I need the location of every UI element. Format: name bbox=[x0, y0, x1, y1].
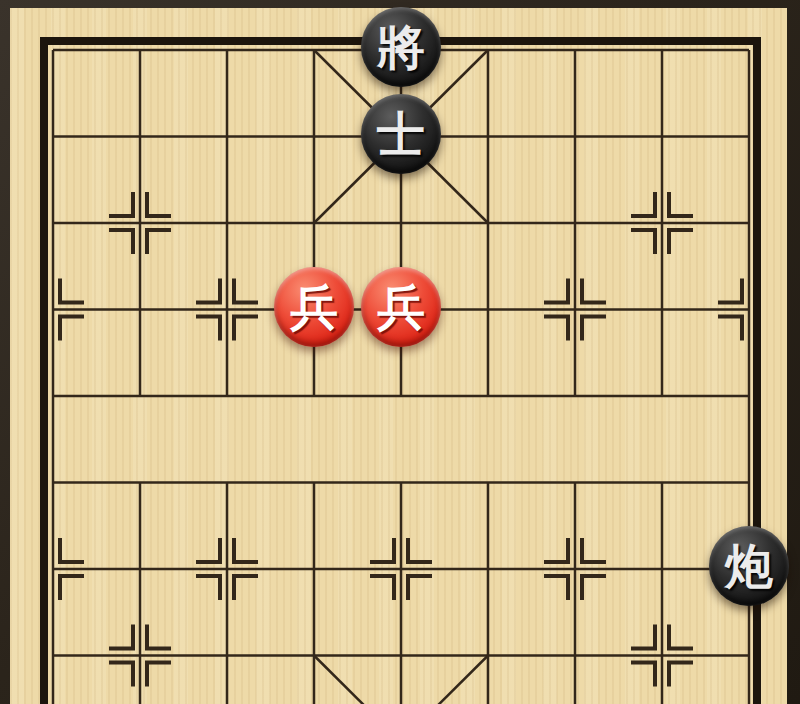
red-soldier-left[interactable]: 兵 bbox=[274, 267, 354, 347]
red-soldier-right[interactable]: 兵 bbox=[361, 267, 441, 347]
piece-glyph: 兵 bbox=[377, 283, 425, 331]
piece-glyph: 炮 bbox=[725, 542, 773, 590]
xiangqi-board-grid[interactable]: 將士兵兵炮 bbox=[10, 7, 793, 704]
xiangqi-app: 將士兵兵炮 bbox=[0, 0, 800, 704]
black-cannon[interactable]: 炮 bbox=[709, 526, 789, 606]
black-advisor[interactable]: 士 bbox=[361, 94, 441, 174]
black-general[interactable]: 將 bbox=[361, 7, 441, 87]
piece-glyph: 將 bbox=[377, 23, 425, 71]
piece-glyph: 兵 bbox=[290, 283, 338, 331]
piece-glyph: 士 bbox=[377, 110, 425, 158]
